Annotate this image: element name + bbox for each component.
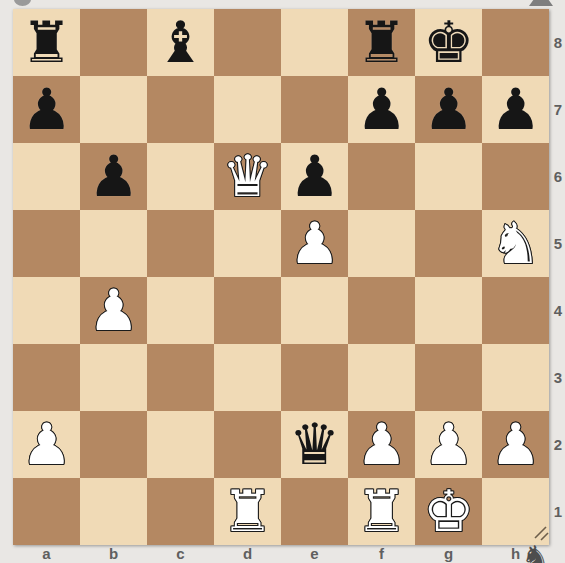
file-label-c: c xyxy=(147,545,214,563)
square-b6[interactable]: ♟ xyxy=(80,143,147,210)
square-b8[interactable] xyxy=(80,9,147,76)
square-d5[interactable] xyxy=(214,210,281,277)
white-pawn-f2[interactable]: ♟ xyxy=(356,411,407,478)
square-a1[interactable] xyxy=(13,478,80,545)
square-g5[interactable] xyxy=(415,210,482,277)
white-queen-d6[interactable]: ♛ xyxy=(222,143,273,210)
file-label-f: f xyxy=(348,545,415,563)
square-b3[interactable] xyxy=(80,344,147,411)
square-b1[interactable] xyxy=(80,478,147,545)
square-h7[interactable]: ♟ xyxy=(482,76,549,143)
square-a4[interactable] xyxy=(13,277,80,344)
black-pawn-h7[interactable]: ♟ xyxy=(490,76,541,143)
square-g8[interactable]: ♚ xyxy=(415,9,482,76)
square-h3[interactable] xyxy=(482,344,549,411)
knight-cursor-icon: ♞ xyxy=(521,541,551,563)
square-h5[interactable]: ♞ xyxy=(482,210,549,277)
square-f4[interactable] xyxy=(348,277,415,344)
black-pawn-b6[interactable]: ♟ xyxy=(88,143,139,210)
square-d8[interactable] xyxy=(214,9,281,76)
square-a5[interactable] xyxy=(13,210,80,277)
white-pawn-e5[interactable]: ♟ xyxy=(289,210,340,277)
square-c4[interactable] xyxy=(147,277,214,344)
square-e4[interactable] xyxy=(281,277,348,344)
square-e8[interactable] xyxy=(281,9,348,76)
square-c6[interactable] xyxy=(147,143,214,210)
white-pawn-h2[interactable]: ♟ xyxy=(490,411,541,478)
square-c5[interactable] xyxy=(147,210,214,277)
square-c3[interactable] xyxy=(147,344,214,411)
square-b5[interactable] xyxy=(80,210,147,277)
square-e5[interactable]: ♟ xyxy=(281,210,348,277)
square-e7[interactable] xyxy=(281,76,348,143)
square-f8[interactable]: ♜ xyxy=(348,9,415,76)
white-pawn-g2[interactable]: ♟ xyxy=(423,411,474,478)
black-bishop-c8[interactable]: ♝ xyxy=(155,9,206,76)
file-label-b: b xyxy=(80,545,147,563)
analysis-board-viewport: ♜♝♜♚♟♟♟♟♟♛♟♟♞♟♟♛♟♟♟♜♜♚ 87654321 abcdefgh… xyxy=(0,0,565,563)
square-f7[interactable]: ♟ xyxy=(348,76,415,143)
square-g2[interactable]: ♟ xyxy=(415,411,482,478)
square-h6[interactable] xyxy=(482,143,549,210)
black-pawn-e6[interactable]: ♟ xyxy=(289,143,340,210)
partial-piece-base-icon xyxy=(529,0,553,6)
square-g7[interactable]: ♟ xyxy=(415,76,482,143)
white-rook-f1[interactable]: ♜ xyxy=(356,478,407,545)
square-b4[interactable]: ♟ xyxy=(80,277,147,344)
square-a3[interactable] xyxy=(13,344,80,411)
rank-label-4: 4 xyxy=(551,277,565,344)
square-b2[interactable] xyxy=(80,411,147,478)
file-label-g: g xyxy=(415,545,482,563)
rank-label-6: 6 xyxy=(551,143,565,210)
square-a2[interactable]: ♟ xyxy=(13,411,80,478)
square-a6[interactable] xyxy=(13,143,80,210)
black-pawn-g7[interactable]: ♟ xyxy=(423,76,474,143)
square-h4[interactable] xyxy=(482,277,549,344)
black-rook-f8[interactable]: ♜ xyxy=(356,9,407,76)
white-pawn-a2[interactable]: ♟ xyxy=(21,411,72,478)
black-king-g8[interactable]: ♚ xyxy=(423,9,474,76)
white-king-g1[interactable]: ♚ xyxy=(423,478,474,545)
square-f2[interactable]: ♟ xyxy=(348,411,415,478)
rank-label-8: 8 xyxy=(551,9,565,76)
square-d2[interactable] xyxy=(214,411,281,478)
square-h8[interactable] xyxy=(482,9,549,76)
square-f5[interactable] xyxy=(348,210,415,277)
square-e2[interactable]: ♛ xyxy=(281,411,348,478)
square-a7[interactable]: ♟ xyxy=(13,76,80,143)
file-label-d: d xyxy=(214,545,281,563)
square-d4[interactable] xyxy=(214,277,281,344)
square-b7[interactable] xyxy=(80,76,147,143)
rank-label-1: 1 xyxy=(551,478,565,545)
white-rook-d1[interactable]: ♜ xyxy=(222,478,273,545)
square-c7[interactable] xyxy=(147,76,214,143)
rank-label-3: 3 xyxy=(551,344,565,411)
rank-label-5: 5 xyxy=(551,210,565,277)
square-e6[interactable]: ♟ xyxy=(281,143,348,210)
square-f6[interactable] xyxy=(348,143,415,210)
rank-label-7: 7 xyxy=(551,76,565,143)
square-g1[interactable]: ♚ xyxy=(415,478,482,545)
square-a8[interactable]: ♜ xyxy=(13,9,80,76)
square-h2[interactable]: ♟ xyxy=(482,411,549,478)
rank-label-2: 2 xyxy=(551,411,565,478)
square-e1[interactable] xyxy=(281,478,348,545)
file-label-e: e xyxy=(281,545,348,563)
square-g4[interactable] xyxy=(415,277,482,344)
square-c2[interactable] xyxy=(147,411,214,478)
square-d3[interactable] xyxy=(214,344,281,411)
square-g6[interactable] xyxy=(415,143,482,210)
file-labels: abcdefgh xyxy=(13,545,549,563)
black-queen-e2[interactable]: ♛ xyxy=(289,411,340,478)
square-d1[interactable]: ♜ xyxy=(214,478,281,545)
black-rook-a8[interactable]: ♜ xyxy=(21,9,72,76)
board: ♜♝♜♚♟♟♟♟♟♛♟♟♞♟♟♛♟♟♟♜♜♚ xyxy=(13,9,549,545)
white-knight-h5[interactable]: ♞ xyxy=(490,210,541,277)
square-g3[interactable] xyxy=(415,344,482,411)
square-c8[interactable]: ♝ xyxy=(147,9,214,76)
square-f1[interactable]: ♜ xyxy=(348,478,415,545)
square-e3[interactable] xyxy=(281,344,348,411)
partial-circle-icon xyxy=(14,0,31,6)
rank-labels: 87654321 xyxy=(551,9,565,545)
square-d7[interactable] xyxy=(214,76,281,143)
square-d6[interactable]: ♛ xyxy=(214,143,281,210)
file-label-a: a xyxy=(13,545,80,563)
square-c1[interactable] xyxy=(147,478,214,545)
black-pawn-a7[interactable]: ♟ xyxy=(21,76,72,143)
white-pawn-b4[interactable]: ♟ xyxy=(88,277,139,344)
black-pawn-f7[interactable]: ♟ xyxy=(356,76,407,143)
square-f3[interactable] xyxy=(348,344,415,411)
